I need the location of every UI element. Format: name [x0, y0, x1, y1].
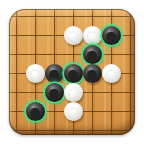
- board-grid: ○○●●○●●●○●○●○: [7, 7, 140, 140]
- intersection-5-3[interactable]: ○: [64, 102, 83, 121]
- intersection-6-0[interactable]: [7, 121, 26, 140]
- intersection-4-4[interactable]: [83, 83, 102, 102]
- intersection-6-4[interactable]: [83, 121, 102, 140]
- white-stone: ○: [102, 64, 121, 83]
- black-stone-winning: ●: [102, 26, 121, 45]
- intersection-3-4[interactable]: ●: [83, 64, 102, 83]
- black-stone: ●: [83, 64, 102, 83]
- intersection-3-0[interactable]: [7, 64, 26, 83]
- intersection-6-5[interactable]: [102, 121, 121, 140]
- black-stone-winning: ●: [64, 64, 83, 83]
- intersection-6-6[interactable]: [121, 121, 140, 140]
- intersection-1-6[interactable]: [121, 26, 140, 45]
- black-stone-winning: ●: [83, 45, 102, 64]
- intersection-2-5[interactable]: [102, 45, 121, 64]
- intersection-2-6[interactable]: [121, 45, 140, 64]
- intersection-5-5[interactable]: [102, 102, 121, 121]
- intersection-1-1[interactable]: [26, 26, 45, 45]
- intersection-6-2[interactable]: [45, 121, 64, 140]
- white-stone: ○: [83, 26, 102, 45]
- black-stone-winning: ●: [26, 102, 45, 121]
- intersection-0-4[interactable]: [83, 7, 102, 26]
- intersection-3-2[interactable]: ●: [45, 64, 64, 83]
- intersection-5-1[interactable]: ●: [26, 102, 45, 121]
- intersection-4-1[interactable]: [26, 83, 45, 102]
- intersection-4-3[interactable]: ○: [64, 83, 83, 102]
- gomoku-app-screenshot: ○○●●○●●●○●○●○: [0, 0, 144, 144]
- intersection-3-5[interactable]: ○: [102, 64, 121, 83]
- intersection-5-6[interactable]: [121, 102, 140, 121]
- white-stone: ○: [64, 102, 83, 121]
- intersection-0-5[interactable]: [102, 7, 121, 26]
- intersection-3-6[interactable]: [121, 64, 140, 83]
- white-stone: ○: [64, 26, 83, 45]
- go-board[interactable]: ○○●●○●●●○●○●○: [9, 9, 135, 135]
- intersection-0-6[interactable]: [121, 7, 140, 26]
- intersection-2-4[interactable]: ●: [83, 45, 102, 64]
- intersection-6-3[interactable]: [64, 121, 83, 140]
- intersection-1-0[interactable]: [7, 26, 26, 45]
- black-stone: ●: [45, 64, 64, 83]
- intersection-5-4[interactable]: [83, 102, 102, 121]
- intersection-2-1[interactable]: [26, 45, 45, 64]
- intersection-1-3[interactable]: ○: [64, 26, 83, 45]
- intersection-2-0[interactable]: [7, 45, 26, 64]
- intersection-6-1[interactable]: [26, 121, 45, 140]
- intersection-5-0[interactable]: [7, 102, 26, 121]
- black-stone-winning: ●: [45, 83, 64, 102]
- intersection-4-6[interactable]: [121, 83, 140, 102]
- intersection-3-3[interactable]: ●: [64, 64, 83, 83]
- intersection-0-0[interactable]: [7, 7, 26, 26]
- intersection-4-5[interactable]: [102, 83, 121, 102]
- intersection-3-1[interactable]: ○: [26, 64, 45, 83]
- intersection-2-3[interactable]: [64, 45, 83, 64]
- intersection-1-4[interactable]: ○: [83, 26, 102, 45]
- intersection-5-2[interactable]: [45, 102, 64, 121]
- white-stone: ○: [64, 83, 83, 102]
- intersection-4-2[interactable]: ●: [45, 83, 64, 102]
- intersection-2-2[interactable]: [45, 45, 64, 64]
- intersection-0-2[interactable]: [45, 7, 64, 26]
- intersection-0-1[interactable]: [26, 7, 45, 26]
- intersection-0-3[interactable]: [64, 7, 83, 26]
- white-stone: ○: [26, 64, 45, 83]
- intersection-1-5[interactable]: ●: [102, 26, 121, 45]
- intersection-4-0[interactable]: [7, 83, 26, 102]
- intersection-1-2[interactable]: [45, 26, 64, 45]
